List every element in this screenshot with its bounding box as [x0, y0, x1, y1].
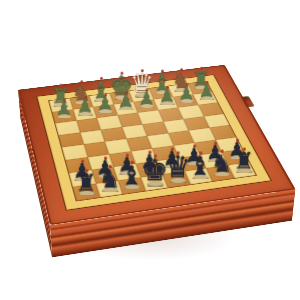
chess-box: ♜♞♝♚♛♝♞♜♟♟♟♟♟♟♟♟♟♟♟♟♟♟♟♟♜♞♝♚♛♝♞♜ — [18, 65, 295, 225]
chess-scene: ♜♞♝♚♛♝♞♜♟♟♟♟♟♟♟♟♟♟♟♟♟♟♟♟♜♞♝♚♛♝♞♜ — [0, 0, 300, 300]
chess-set-photo: ♜♞♝♚♛♝♞♜♟♟♟♟♟♟♟♟♟♟♟♟♟♟♟♟♜♞♝♚♛♝♞♜ — [0, 0, 300, 300]
black-rook[interactable]: ♜ — [72, 168, 100, 195]
